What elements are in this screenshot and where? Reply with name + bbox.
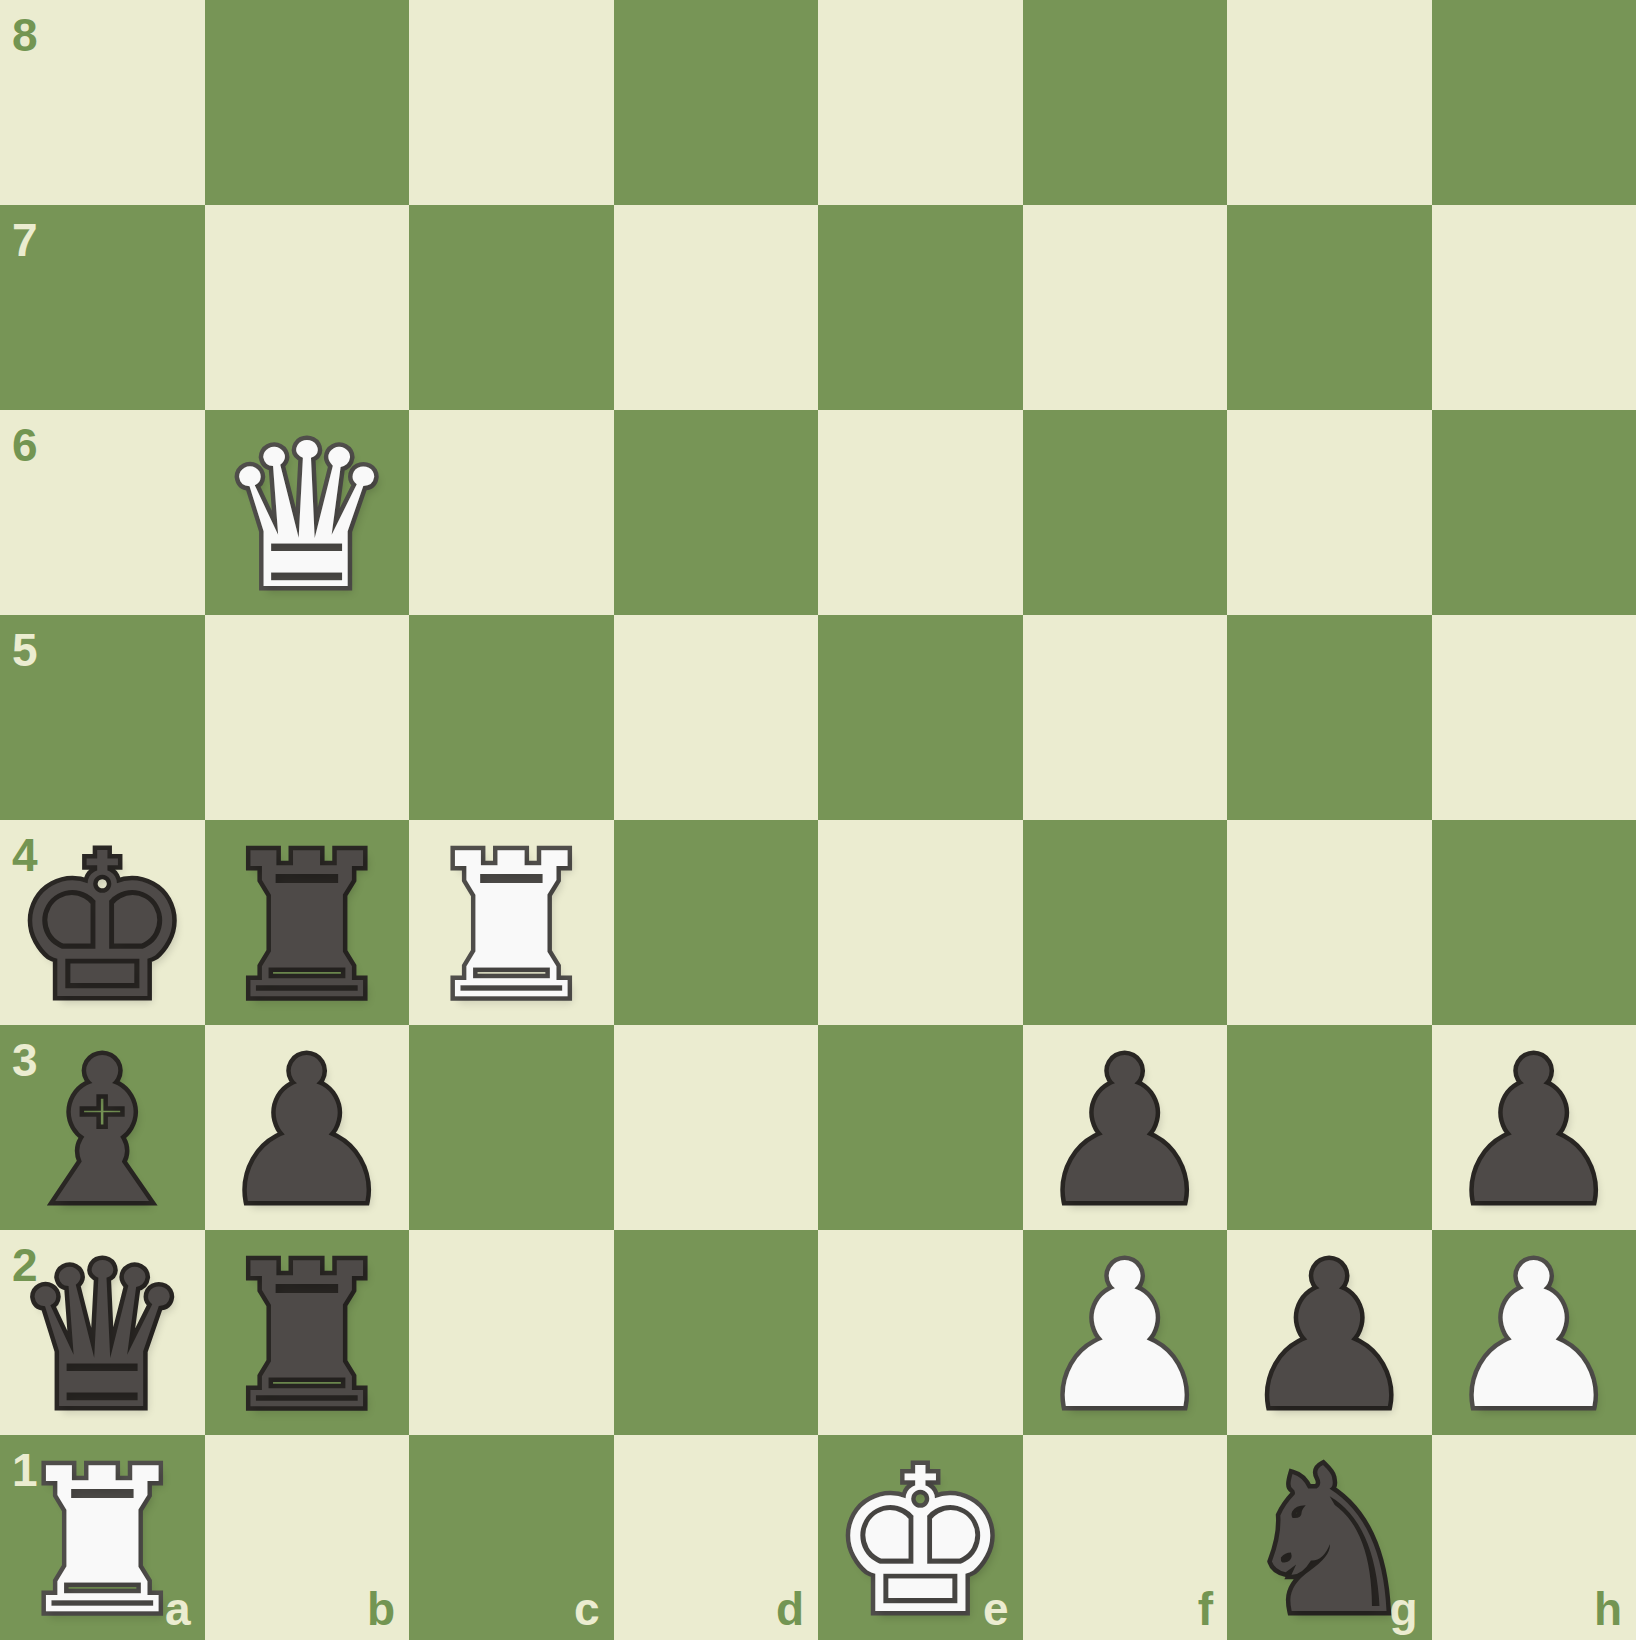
black-bishop[interactable]: ♝ <box>13 1032 192 1231</box>
square-b5[interactable] <box>205 615 410 820</box>
square-e5[interactable] <box>818 615 1023 820</box>
black-pawn[interactable]: ♟ <box>1240 1237 1419 1436</box>
black-pawn[interactable]: ♟ <box>1444 1032 1623 1231</box>
square-c2[interactable] <box>409 1230 614 1435</box>
black-queen[interactable]: ♛ <box>13 1237 192 1436</box>
file-label-b: b <box>367 1586 395 1632</box>
rank-label-7: 7 <box>12 217 38 263</box>
square-d8[interactable] <box>614 0 819 205</box>
square-f1[interactable]: f <box>1023 1435 1228 1640</box>
square-b2[interactable]: ♜ <box>205 1230 410 1435</box>
square-c5[interactable] <box>409 615 614 820</box>
square-d7[interactable] <box>614 205 819 410</box>
black-rook[interactable]: ♜ <box>217 1237 396 1436</box>
square-a5[interactable]: 5 <box>0 615 205 820</box>
black-pawn[interactable]: ♟ <box>1035 1032 1214 1231</box>
black-king[interactable]: ♚ <box>13 827 192 1026</box>
square-e1[interactable]: e♚ <box>818 1435 1023 1640</box>
square-d4[interactable] <box>614 820 819 1025</box>
rank-label-6: 6 <box>12 422 38 468</box>
square-f6[interactable] <box>1023 410 1228 615</box>
square-f7[interactable] <box>1023 205 1228 410</box>
square-c1[interactable]: c <box>409 1435 614 1640</box>
square-h7[interactable] <box>1432 205 1636 410</box>
square-a3[interactable]: 3♝ <box>0 1025 205 1230</box>
white-pawn[interactable]: ♟ <box>1444 1237 1623 1436</box>
square-h1[interactable]: h <box>1432 1435 1636 1640</box>
square-e3[interactable] <box>818 1025 1023 1230</box>
square-d3[interactable] <box>614 1025 819 1230</box>
square-b7[interactable] <box>205 205 410 410</box>
file-label-d: d <box>776 1586 804 1632</box>
square-e8[interactable] <box>818 0 1023 205</box>
black-knight[interactable]: ♞ <box>1240 1442 1419 1640</box>
square-f8[interactable] <box>1023 0 1228 205</box>
square-b1[interactable]: b <box>205 1435 410 1640</box>
square-h6[interactable] <box>1432 410 1636 615</box>
square-d6[interactable] <box>614 410 819 615</box>
square-e6[interactable] <box>818 410 1023 615</box>
square-h2[interactable]: ♟ <box>1432 1230 1636 1435</box>
square-a2[interactable]: 2♛ <box>0 1230 205 1435</box>
square-f3[interactable]: ♟ <box>1023 1025 1228 1230</box>
square-d1[interactable]: d <box>614 1435 819 1640</box>
square-h8[interactable] <box>1432 0 1636 205</box>
file-label-h: h <box>1594 1586 1622 1632</box>
square-c8[interactable] <box>409 0 614 205</box>
square-g2[interactable]: ♟ <box>1227 1230 1432 1435</box>
square-c7[interactable] <box>409 205 614 410</box>
square-g3[interactable] <box>1227 1025 1432 1230</box>
square-a1[interactable]: 1a♜ <box>0 1435 205 1640</box>
square-g1[interactable]: g♞ <box>1227 1435 1432 1640</box>
square-b4[interactable]: ♜ <box>205 820 410 1025</box>
rank-label-8: 8 <box>12 12 38 58</box>
white-pawn[interactable]: ♟ <box>1035 1237 1214 1436</box>
square-c3[interactable] <box>409 1025 614 1230</box>
black-pawn[interactable]: ♟ <box>217 1032 396 1231</box>
square-f2[interactable]: ♟ <box>1023 1230 1228 1435</box>
black-rook[interactable]: ♜ <box>217 827 396 1026</box>
file-label-c: c <box>574 1586 600 1632</box>
white-queen[interactable]: ♛ <box>217 417 396 616</box>
square-e7[interactable] <box>818 205 1023 410</box>
square-a6[interactable]: 6 <box>0 410 205 615</box>
square-f5[interactable] <box>1023 615 1228 820</box>
white-rook[interactable]: ♜ <box>422 827 601 1026</box>
square-h3[interactable]: ♟ <box>1432 1025 1636 1230</box>
chess-board: 876♛54♚♜♜3♝♟♟♟2♛♜♟♟♟1a♜bcde♚fg♞h <box>0 0 1636 1640</box>
square-e2[interactable] <box>818 1230 1023 1435</box>
square-e4[interactable] <box>818 820 1023 1025</box>
square-f4[interactable] <box>1023 820 1228 1025</box>
square-g6[interactable] <box>1227 410 1432 615</box>
file-label-f: f <box>1198 1586 1213 1632</box>
square-g4[interactable] <box>1227 820 1432 1025</box>
square-c6[interactable] <box>409 410 614 615</box>
white-king[interactable]: ♚ <box>831 1442 1010 1640</box>
square-d2[interactable] <box>614 1230 819 1435</box>
square-a7[interactable]: 7 <box>0 205 205 410</box>
square-g8[interactable] <box>1227 0 1432 205</box>
square-g5[interactable] <box>1227 615 1432 820</box>
square-b3[interactable]: ♟ <box>205 1025 410 1230</box>
square-c4[interactable]: ♜ <box>409 820 614 1025</box>
rank-label-5: 5 <box>12 627 38 673</box>
square-h5[interactable] <box>1432 615 1636 820</box>
square-a4[interactable]: 4♚ <box>0 820 205 1025</box>
square-b6[interactable]: ♛ <box>205 410 410 615</box>
square-h4[interactable] <box>1432 820 1636 1025</box>
square-g7[interactable] <box>1227 205 1432 410</box>
white-rook[interactable]: ♜ <box>13 1442 192 1640</box>
square-a8[interactable]: 8 <box>0 0 205 205</box>
square-b8[interactable] <box>205 0 410 205</box>
square-d5[interactable] <box>614 615 819 820</box>
